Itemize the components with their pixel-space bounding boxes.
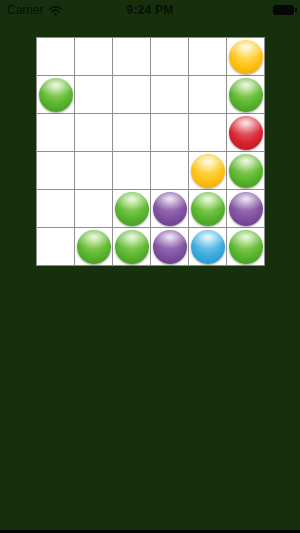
cell-r1c2[interactable] — [75, 38, 113, 76]
status-bar: Carrier 9:24 PM — [0, 0, 300, 20]
ball-yellow[interactable] — [229, 40, 263, 74]
cell-r1c1[interactable] — [37, 38, 75, 76]
clock: 9:24 PM — [0, 0, 300, 20]
cell-r2c4[interactable] — [151, 76, 189, 114]
cell-r5c6[interactable] — [227, 190, 265, 228]
ball-purple[interactable] — [153, 230, 187, 264]
cell-r3c1[interactable] — [37, 114, 75, 152]
cell-r2c5[interactable] — [189, 76, 227, 114]
cell-r5c4[interactable] — [151, 190, 189, 228]
cell-r3c6[interactable] — [227, 114, 265, 152]
cell-r4c5[interactable] — [189, 152, 227, 190]
cell-r6c4[interactable] — [151, 228, 189, 266]
cell-r1c4[interactable] — [151, 38, 189, 76]
cell-r1c5[interactable] — [189, 38, 227, 76]
cell-r4c1[interactable] — [37, 152, 75, 190]
cell-r2c2[interactable] — [75, 76, 113, 114]
cell-r5c2[interactable] — [75, 190, 113, 228]
cell-r2c1[interactable] — [37, 76, 75, 114]
cell-r5c5[interactable] — [189, 190, 227, 228]
ball-blue[interactable] — [191, 230, 225, 264]
cell-r4c2[interactable] — [75, 152, 113, 190]
ball-green[interactable] — [115, 192, 149, 226]
cell-r5c3[interactable] — [113, 190, 151, 228]
app-screen: Carrier 9:24 PM Score : 0 — [0, 0, 300, 533]
ball-purple[interactable] — [153, 192, 187, 226]
ball-green[interactable] — [39, 78, 73, 112]
ball-green[interactable] — [229, 230, 263, 264]
cell-r6c6[interactable] — [227, 228, 265, 266]
cell-r3c2[interactable] — [75, 114, 113, 152]
battery-nub — [295, 8, 297, 12]
ball-green[interactable] — [115, 230, 149, 264]
ball-green[interactable] — [191, 192, 225, 226]
cell-r1c3[interactable] — [113, 38, 151, 76]
cell-r6c1[interactable] — [37, 228, 75, 266]
cell-r6c2[interactable] — [75, 228, 113, 266]
cell-r4c6[interactable] — [227, 152, 265, 190]
cell-r3c5[interactable] — [189, 114, 227, 152]
battery-icon — [273, 5, 294, 15]
cell-r6c5[interactable] — [189, 228, 227, 266]
cell-r4c3[interactable] — [113, 152, 151, 190]
cell-r5c1[interactable] — [37, 190, 75, 228]
status-bar-right — [273, 0, 294, 20]
cell-r4c4[interactable] — [151, 152, 189, 190]
cell-r3c4[interactable] — [151, 114, 189, 152]
cell-r6c3[interactable] — [113, 228, 151, 266]
cell-r2c6[interactable] — [227, 76, 265, 114]
ball-green[interactable] — [229, 78, 263, 112]
ball-red[interactable] — [229, 116, 263, 150]
cell-r1c6[interactable] — [227, 38, 265, 76]
game-board — [36, 37, 265, 266]
cell-r2c3[interactable] — [113, 76, 151, 114]
ball-yellow[interactable] — [191, 154, 225, 188]
ball-green[interactable] — [229, 154, 263, 188]
ball-purple[interactable] — [229, 192, 263, 226]
cell-r3c3[interactable] — [113, 114, 151, 152]
ball-green[interactable] — [77, 230, 111, 264]
